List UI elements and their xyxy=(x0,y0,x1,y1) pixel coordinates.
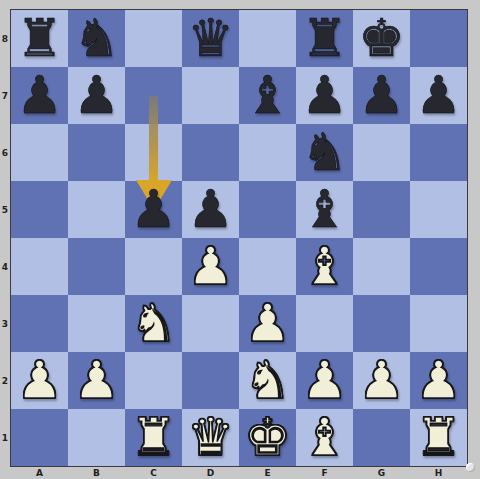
file-label-d: D xyxy=(182,466,239,479)
square-h6[interactable] xyxy=(410,124,467,181)
square-a1[interactable] xyxy=(11,409,68,466)
square-a7[interactable]: ♟ xyxy=(11,67,68,124)
piece-white-bishop[interactable]: ♝ xyxy=(301,238,348,295)
square-g7[interactable]: ♟ xyxy=(353,67,410,124)
square-f4[interactable]: ♝ xyxy=(296,238,353,295)
square-e1[interactable]: ♚ xyxy=(239,409,296,466)
file-label-c: C xyxy=(125,466,182,479)
square-a3[interactable] xyxy=(11,295,68,352)
square-e7[interactable]: ♝ xyxy=(239,67,296,124)
rank-label-4: 4 xyxy=(0,238,10,295)
rank-label-5: 5 xyxy=(0,181,10,238)
square-e5[interactable] xyxy=(239,181,296,238)
piece-white-pawn[interactable]: ♟ xyxy=(16,352,63,409)
piece-white-queen[interactable]: ♛ xyxy=(187,409,234,466)
rank-label-7: 7 xyxy=(0,67,10,124)
piece-black-pawn[interactable]: ♟ xyxy=(301,67,348,124)
piece-black-rook[interactable]: ♜ xyxy=(16,10,63,67)
rank-label-3: 3 xyxy=(0,295,10,352)
square-d4[interactable]: ♟ xyxy=(182,238,239,295)
square-g3[interactable] xyxy=(353,295,410,352)
file-labels: ABCDEFGH xyxy=(11,466,467,479)
square-g6[interactable] xyxy=(353,124,410,181)
square-d1[interactable]: ♛ xyxy=(182,409,239,466)
piece-black-knight[interactable]: ♞ xyxy=(73,10,120,67)
square-h2[interactable]: ♟ xyxy=(410,352,467,409)
square-f3[interactable] xyxy=(296,295,353,352)
file-label-a: A xyxy=(11,466,68,479)
square-b1[interactable] xyxy=(68,409,125,466)
file-label-h: H xyxy=(410,466,467,479)
move-arrow-shaft xyxy=(149,96,158,182)
rank-label-2: 2 xyxy=(0,352,10,409)
piece-black-pawn[interactable]: ♟ xyxy=(415,67,462,124)
square-h1[interactable]: ♜ xyxy=(410,409,467,466)
piece-white-pawn[interactable]: ♟ xyxy=(301,352,348,409)
piece-black-pawn[interactable]: ♟ xyxy=(73,67,120,124)
rank-label-6: 6 xyxy=(0,124,10,181)
square-h8[interactable] xyxy=(410,10,467,67)
square-a4[interactable] xyxy=(11,238,68,295)
piece-black-pawn[interactable]: ♟ xyxy=(130,181,177,238)
square-b2[interactable]: ♟ xyxy=(68,352,125,409)
file-label-f: F xyxy=(296,466,353,479)
square-e3[interactable]: ♟ xyxy=(239,295,296,352)
square-b8[interactable]: ♞ xyxy=(68,10,125,67)
square-e2[interactable]: ♞ xyxy=(239,352,296,409)
square-d2[interactable] xyxy=(182,352,239,409)
square-c3[interactable]: ♞ xyxy=(125,295,182,352)
square-c2[interactable] xyxy=(125,352,182,409)
square-c5[interactable]: ♟ xyxy=(125,181,182,238)
chessboard-frame: 87654321 ♜♞♛♜♚♟♟♝♟♟♟♞♟♟♝♟♝♞♟♟♟♞♟♟♟♜♛♚♝♜ … xyxy=(0,0,480,479)
piece-white-rook[interactable]: ♜ xyxy=(415,409,462,466)
square-c1[interactable]: ♜ xyxy=(125,409,182,466)
piece-black-king[interactable]: ♚ xyxy=(358,10,405,67)
square-f8[interactable]: ♜ xyxy=(296,10,353,67)
square-e8[interactable] xyxy=(239,10,296,67)
file-label-g: G xyxy=(353,466,410,479)
square-g1[interactable] xyxy=(353,409,410,466)
square-b4[interactable] xyxy=(68,238,125,295)
square-f1[interactable]: ♝ xyxy=(296,409,353,466)
piece-black-rook[interactable]: ♜ xyxy=(301,10,348,67)
square-d6[interactable] xyxy=(182,124,239,181)
piece-black-bishop[interactable]: ♝ xyxy=(301,181,348,238)
file-label-e: E xyxy=(239,466,296,479)
square-b5[interactable] xyxy=(68,181,125,238)
piece-black-pawn[interactable]: ♟ xyxy=(358,67,405,124)
square-f5[interactable]: ♝ xyxy=(296,181,353,238)
piece-white-pawn[interactable]: ♟ xyxy=(358,352,405,409)
square-c8[interactable] xyxy=(125,10,182,67)
square-h7[interactable]: ♟ xyxy=(410,67,467,124)
file-label-b: B xyxy=(68,466,125,479)
square-d8[interactable]: ♛ xyxy=(182,10,239,67)
piece-black-queen[interactable]: ♛ xyxy=(187,10,234,67)
piece-white-pawn[interactable]: ♟ xyxy=(187,238,234,295)
square-e4[interactable] xyxy=(239,238,296,295)
piece-black-bishop[interactable]: ♝ xyxy=(244,67,291,124)
square-f6[interactable]: ♞ xyxy=(296,124,353,181)
piece-white-rook[interactable]: ♜ xyxy=(130,409,177,466)
piece-white-bishop[interactable]: ♝ xyxy=(301,409,348,466)
square-b6[interactable] xyxy=(68,124,125,181)
square-a5[interactable] xyxy=(11,181,68,238)
rank-label-8: 8 xyxy=(0,10,10,67)
square-f2[interactable]: ♟ xyxy=(296,352,353,409)
square-a6[interactable] xyxy=(11,124,68,181)
square-f7[interactable]: ♟ xyxy=(296,67,353,124)
square-d3[interactable] xyxy=(182,295,239,352)
square-b3[interactable] xyxy=(68,295,125,352)
square-a2[interactable]: ♟ xyxy=(11,352,68,409)
rank-labels: 87654321 xyxy=(0,10,10,466)
rank-label-1: 1 xyxy=(0,409,10,466)
board: ♜♞♛♜♚♟♟♝♟♟♟♞♟♟♝♟♝♞♟♟♟♞♟♟♟♜♛♚♝♜ xyxy=(10,9,468,467)
square-a8[interactable]: ♜ xyxy=(11,10,68,67)
piece-white-knight[interactable]: ♞ xyxy=(130,295,177,352)
square-g8[interactable]: ♚ xyxy=(353,10,410,67)
square-c4[interactable] xyxy=(125,238,182,295)
square-b7[interactable]: ♟ xyxy=(68,67,125,124)
square-e6[interactable] xyxy=(239,124,296,181)
square-h3[interactable] xyxy=(410,295,467,352)
square-d5[interactable]: ♟ xyxy=(182,181,239,238)
piece-black-pawn[interactable]: ♟ xyxy=(187,181,234,238)
piece-white-knight[interactable]: ♞ xyxy=(244,352,291,409)
square-h5[interactable] xyxy=(410,181,467,238)
piece-white-pawn[interactable]: ♟ xyxy=(415,352,462,409)
square-g5[interactable] xyxy=(353,181,410,238)
piece-black-knight[interactable]: ♞ xyxy=(301,124,348,181)
piece-white-king[interactable]: ♚ xyxy=(244,409,291,466)
square-h4[interactable] xyxy=(410,238,467,295)
resize-dot-icon xyxy=(466,463,475,472)
piece-white-pawn[interactable]: ♟ xyxy=(244,295,291,352)
square-d7[interactable] xyxy=(182,67,239,124)
square-g4[interactable] xyxy=(353,238,410,295)
square-g2[interactable]: ♟ xyxy=(353,352,410,409)
piece-white-pawn[interactable]: ♟ xyxy=(73,352,120,409)
piece-black-pawn[interactable]: ♟ xyxy=(16,67,63,124)
